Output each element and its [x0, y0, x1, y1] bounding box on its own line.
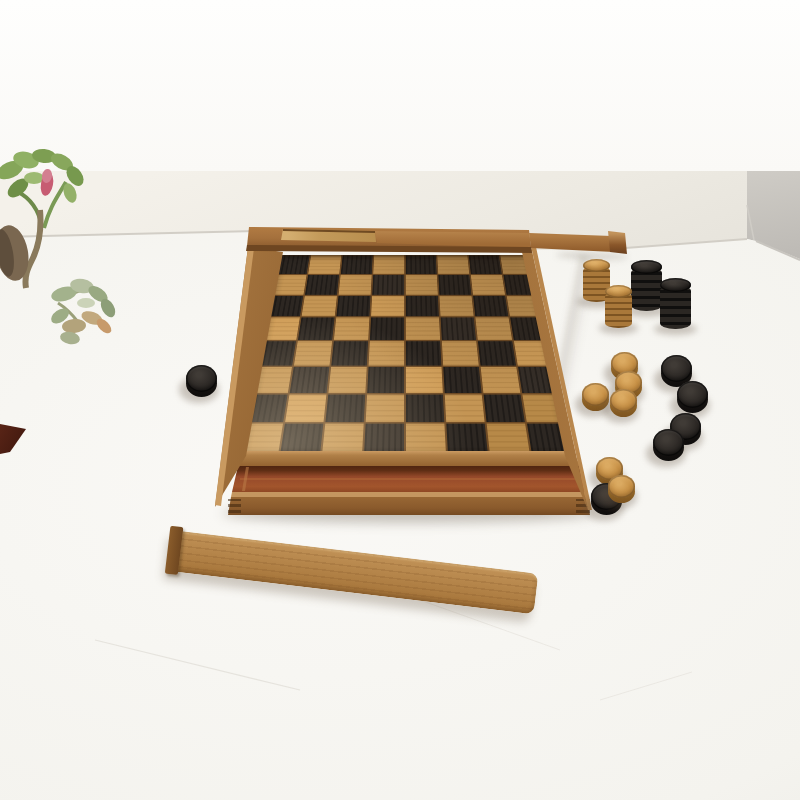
dark-man-2[interactable]	[677, 381, 708, 413]
piece-face	[661, 355, 692, 382]
dark-man-4[interactable]	[653, 429, 684, 461]
dark-stack-1[interactable]	[631, 260, 662, 312]
piece-face	[582, 383, 609, 406]
dark-stack-2[interactable]	[660, 278, 691, 330]
piece-face	[677, 381, 708, 408]
piece-face	[653, 429, 684, 456]
dark-man-left[interactable]	[186, 365, 217, 397]
stack-top-face	[605, 285, 632, 298]
stack-top-face	[583, 259, 610, 272]
light-stack-2[interactable]	[605, 285, 632, 329]
pieces-layer	[0, 0, 800, 800]
light-man-4[interactable]	[610, 389, 637, 417]
piece-face	[608, 475, 635, 498]
light-man-6[interactable]	[608, 475, 635, 503]
stack-top-face	[660, 278, 691, 292]
piece-face	[610, 389, 637, 412]
stack-top-face	[631, 260, 662, 274]
piece-face	[186, 365, 217, 392]
scene	[0, 0, 800, 800]
